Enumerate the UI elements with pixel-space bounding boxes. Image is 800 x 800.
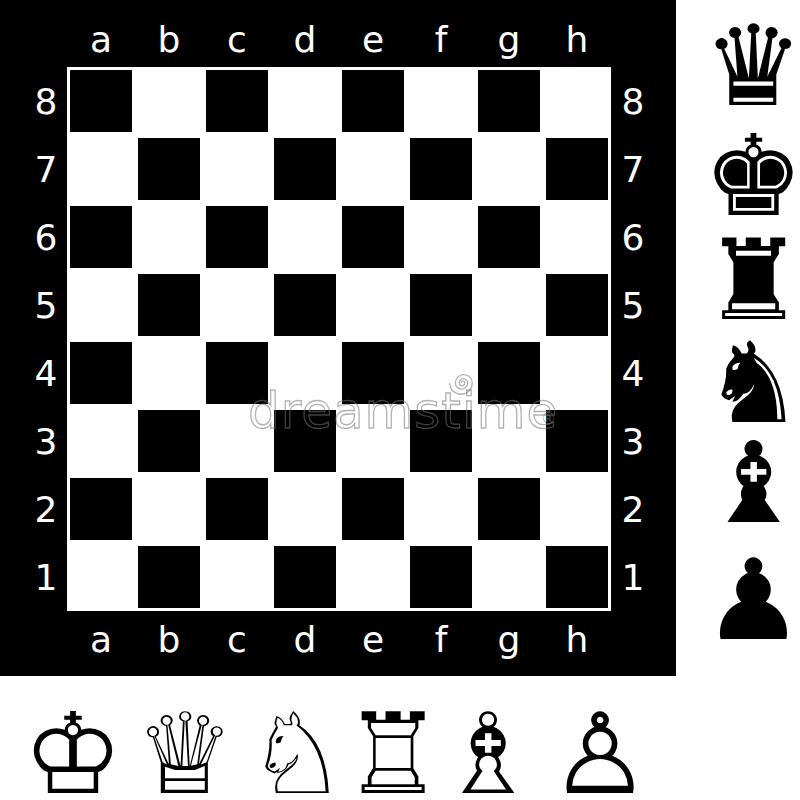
square-c1[interactable]: [203, 543, 271, 611]
rank-label-2: 2: [35, 489, 58, 530]
square-h1[interactable]: [543, 543, 611, 611]
square-b3[interactable]: [135, 407, 203, 475]
square-f2[interactable]: [407, 475, 475, 543]
square-f4[interactable]: [407, 339, 475, 407]
file-label-b: b: [158, 19, 181, 60]
square-c5[interactable]: [203, 271, 271, 339]
file-label-f: f: [435, 19, 448, 60]
file-label-d: d: [294, 619, 317, 660]
square-g3[interactable]: [475, 407, 543, 475]
square-g7[interactable]: [475, 135, 543, 203]
square-b4[interactable]: [135, 339, 203, 407]
square-a2[interactable]: [67, 475, 135, 543]
square-d5[interactable]: [271, 271, 339, 339]
square-h3[interactable]: [543, 407, 611, 475]
square-a6[interactable]: [67, 203, 135, 271]
file-labels-top: abcdefgh: [67, 0, 611, 64]
square-a5[interactable]: [67, 271, 135, 339]
file-label-g: g: [498, 619, 521, 660]
chess-board: [67, 67, 611, 611]
square-a1[interactable]: [67, 543, 135, 611]
square-g5[interactable]: [475, 271, 543, 339]
white-queen-icon[interactable]: ♕: [127, 698, 243, 800]
square-c8[interactable]: [203, 67, 271, 135]
file-label-c: c: [227, 19, 247, 60]
rank-label-7: 7: [622, 149, 645, 190]
square-f7[interactable]: [407, 135, 475, 203]
square-b7[interactable]: [135, 135, 203, 203]
square-g4[interactable]: [475, 339, 543, 407]
square-a8[interactable]: [67, 67, 135, 135]
square-e8[interactable]: [339, 67, 407, 135]
rank-label-3: 3: [35, 421, 58, 462]
rank-label-2: 2: [622, 489, 645, 530]
square-h8[interactable]: [543, 67, 611, 135]
square-d1[interactable]: [271, 543, 339, 611]
square-d2[interactable]: [271, 475, 339, 543]
file-label-f: f: [435, 619, 448, 660]
square-e5[interactable]: [339, 271, 407, 339]
square-h6[interactable]: [543, 203, 611, 271]
square-f1[interactable]: [407, 543, 475, 611]
rank-label-5: 5: [35, 285, 58, 326]
square-h4[interactable]: [543, 339, 611, 407]
square-d3[interactable]: [271, 407, 339, 475]
square-b1[interactable]: [135, 543, 203, 611]
file-label-h: h: [566, 19, 589, 60]
rank-label-6: 6: [35, 217, 58, 258]
white-king-icon[interactable]: ♔: [15, 698, 131, 800]
square-e3[interactable]: [339, 407, 407, 475]
file-label-e: e: [362, 619, 384, 660]
square-e6[interactable]: [339, 203, 407, 271]
file-label-a: a: [90, 619, 112, 660]
file-labels-bottom: abcdefgh: [67, 611, 611, 677]
square-f8[interactable]: [407, 67, 475, 135]
file-label-b: b: [158, 619, 181, 660]
square-a7[interactable]: [67, 135, 135, 203]
square-c3[interactable]: [203, 407, 271, 475]
black-bishop-icon[interactable]: ♝: [696, 427, 800, 539]
square-a4[interactable]: [67, 339, 135, 407]
square-f5[interactable]: [407, 271, 475, 339]
file-label-e: e: [362, 19, 384, 60]
stage: abcdefgh abcdefgh 87654321 87654321 ♛♚♜♞…: [0, 0, 800, 800]
square-b2[interactable]: [135, 475, 203, 543]
square-e2[interactable]: [339, 475, 407, 543]
rank-label-4: 4: [35, 353, 58, 394]
square-e4[interactable]: [339, 339, 407, 407]
white-bishop-icon[interactable]: ♗: [430, 698, 546, 800]
square-c7[interactable]: [203, 135, 271, 203]
square-c6[interactable]: [203, 203, 271, 271]
white-pawn-icon[interactable]: ♙: [542, 698, 658, 800]
rank-label-6: 6: [622, 217, 645, 258]
rank-label-8: 8: [622, 81, 645, 122]
file-label-g: g: [498, 19, 521, 60]
black-pawn-icon[interactable]: ♟: [696, 544, 800, 656]
square-g2[interactable]: [475, 475, 543, 543]
square-g1[interactable]: [475, 543, 543, 611]
square-d8[interactable]: [271, 67, 339, 135]
rank-label-5: 5: [622, 285, 645, 326]
square-b5[interactable]: [135, 271, 203, 339]
square-f6[interactable]: [407, 203, 475, 271]
file-label-a: a: [90, 19, 112, 60]
square-d4[interactable]: [271, 339, 339, 407]
square-e1[interactable]: [339, 543, 407, 611]
rank-label-7: 7: [35, 149, 58, 190]
black-queen-icon[interactable]: ♛: [696, 10, 800, 122]
square-c2[interactable]: [203, 475, 271, 543]
square-a3[interactable]: [67, 407, 135, 475]
rank-label-4: 4: [622, 353, 645, 394]
square-h5[interactable]: [543, 271, 611, 339]
rank-label-1: 1: [35, 557, 58, 598]
square-c4[interactable]: [203, 339, 271, 407]
square-h2[interactable]: [543, 475, 611, 543]
square-b8[interactable]: [135, 67, 203, 135]
square-h7[interactable]: [543, 135, 611, 203]
rank-label-1: 1: [622, 557, 645, 598]
file-label-h: h: [566, 619, 589, 660]
file-label-d: d: [294, 19, 317, 60]
square-d7[interactable]: [271, 135, 339, 203]
square-b6[interactable]: [135, 203, 203, 271]
square-g6[interactable]: [475, 203, 543, 271]
rank-label-8: 8: [35, 81, 58, 122]
square-g8[interactable]: [475, 67, 543, 135]
file-label-c: c: [227, 619, 247, 660]
square-d6[interactable]: [271, 203, 339, 271]
square-e7[interactable]: [339, 135, 407, 203]
square-f3[interactable]: [407, 407, 475, 475]
rank-label-3: 3: [622, 421, 645, 462]
